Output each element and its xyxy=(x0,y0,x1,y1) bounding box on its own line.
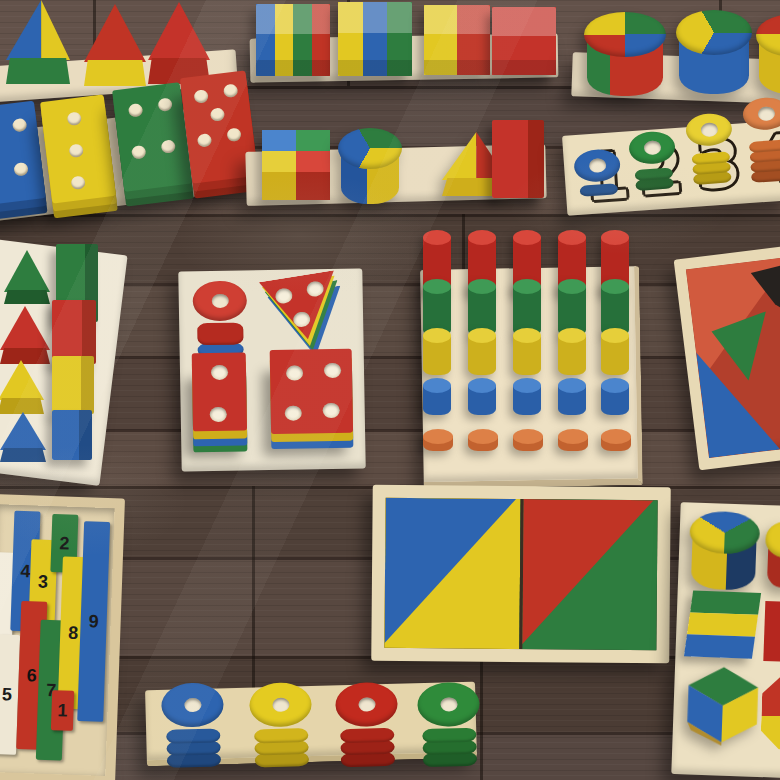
peg-dot xyxy=(193,89,208,104)
plate-hole xyxy=(211,365,228,380)
peg-dot xyxy=(161,139,176,154)
cylinder-blue xyxy=(558,378,586,415)
peg-dot xyxy=(210,107,225,122)
quarter-green xyxy=(296,130,330,151)
triangle-face xyxy=(0,412,46,450)
cylinder-yellow xyxy=(423,328,451,375)
triangle-base xyxy=(4,290,50,304)
ring-top xyxy=(161,682,224,728)
cylinder-orange xyxy=(513,429,543,451)
quarter-blue xyxy=(262,130,296,151)
cylinder-blue xyxy=(513,378,541,415)
counting-block-green-4 xyxy=(112,82,192,192)
counting-block-blue-2 xyxy=(0,101,46,206)
plate-square-stack xyxy=(270,349,353,434)
quarter-yellow xyxy=(262,151,296,172)
layer-green xyxy=(690,591,761,616)
prism-face-red xyxy=(84,4,146,62)
layer-red xyxy=(197,322,243,345)
table-scene: 1 2 3 4 xyxy=(0,0,780,780)
peg-dot xyxy=(13,162,28,177)
rod-number: 3 xyxy=(38,571,49,592)
rod-number: 2 xyxy=(59,533,70,554)
front-red xyxy=(296,172,330,200)
ring-band xyxy=(340,728,394,743)
peg-dot xyxy=(131,145,146,160)
cylinder-yellow xyxy=(558,328,586,375)
ring-top xyxy=(335,682,398,728)
peg-dot xyxy=(128,103,143,118)
number-rods-box: 5 4 3 5 6 2 7 8 1 9 xyxy=(0,494,125,780)
ring-band xyxy=(166,728,220,743)
rod-number: 5 xyxy=(2,684,13,705)
plank-seam xyxy=(0,429,780,432)
triangle-face xyxy=(0,306,50,350)
plate-hole xyxy=(210,407,227,422)
block-thirds-gyb xyxy=(684,591,761,659)
ring-top xyxy=(249,682,312,728)
ring-stack-blue xyxy=(161,682,225,768)
triangle-yellow xyxy=(0,360,44,414)
triangle-face xyxy=(0,360,44,400)
slice-yellow xyxy=(275,4,294,76)
cube-3-slices xyxy=(338,2,412,76)
cylinder-top-thirds xyxy=(676,10,752,55)
peg-dot xyxy=(68,143,83,158)
cylinder-halves-cut xyxy=(764,521,780,588)
tangram-frame xyxy=(674,242,780,471)
triangle-red xyxy=(522,499,658,650)
cylinder-orange xyxy=(601,429,631,451)
plate-hole xyxy=(323,403,340,418)
plank-seam xyxy=(0,356,780,359)
quarter-red xyxy=(296,151,330,172)
triangle-blue xyxy=(384,498,520,649)
triangle-base xyxy=(0,448,46,462)
slice-red xyxy=(457,5,490,75)
cylinder-quarters xyxy=(584,12,666,96)
peg-dot xyxy=(226,127,241,142)
cylinder-thirds xyxy=(676,10,752,94)
cylinder-blue xyxy=(601,378,629,415)
board-layered-plates xyxy=(178,268,365,471)
cylinder-top-quarters xyxy=(584,12,666,57)
ring-stack-red xyxy=(335,682,399,768)
ring-top xyxy=(628,130,676,165)
prism-face-red xyxy=(148,2,210,60)
ring-top xyxy=(417,682,480,728)
rod-number: 9 xyxy=(88,611,99,632)
peg-dot xyxy=(70,175,85,190)
board-numbers: 1 2 3 4 xyxy=(562,120,780,216)
triangle-face xyxy=(4,250,50,292)
cylinder-thirds-gyb xyxy=(688,510,761,590)
slice-blue xyxy=(363,2,388,76)
cylinder-yellow xyxy=(601,328,629,375)
rod-number: 1 xyxy=(57,700,68,721)
triangle-blue xyxy=(0,412,46,462)
hexagon-thirds-gyb xyxy=(684,664,761,747)
slice-yellow xyxy=(338,2,363,76)
cube-quarters xyxy=(262,130,330,200)
ring-stack-green-2 xyxy=(628,130,678,191)
ring-stack-yellow-3 xyxy=(685,112,736,185)
layer-blue xyxy=(684,635,755,659)
ring-band xyxy=(749,139,780,153)
square-red-green xyxy=(519,499,658,650)
slice-red xyxy=(492,7,556,75)
slice-green xyxy=(293,4,312,76)
rod-number: 6 xyxy=(26,665,37,686)
peg-dot xyxy=(157,97,172,112)
square-blue-yellow xyxy=(384,498,520,649)
layer-yellow xyxy=(687,613,758,637)
prism-halves xyxy=(84,4,146,86)
cylinder-yellow xyxy=(468,328,496,375)
cylinder-orange xyxy=(558,429,588,451)
front-yellow xyxy=(262,172,296,200)
cylinder-blue xyxy=(423,378,451,415)
rod-9: 9 xyxy=(77,521,110,722)
rod-number: 8 xyxy=(68,622,79,643)
ring-top xyxy=(192,280,247,321)
cylinder-orange xyxy=(423,429,453,451)
slice-blue xyxy=(256,4,275,76)
prism-face-yellow xyxy=(84,60,146,86)
plate-hole xyxy=(286,365,303,380)
plate-rectangle-stack xyxy=(192,352,247,431)
cube-4-slices xyxy=(256,4,330,76)
peg-dot xyxy=(67,111,82,126)
ring-band xyxy=(422,728,476,743)
hexagon-red-cut xyxy=(760,675,780,750)
plate-hole xyxy=(324,363,341,378)
slice-yellow xyxy=(424,5,457,75)
slice-green xyxy=(387,2,412,76)
cylinder-thirds-small xyxy=(338,128,402,204)
prism-thirds xyxy=(6,0,70,84)
prism-face-green xyxy=(6,58,70,84)
block-whole-red xyxy=(492,120,544,198)
cube-whole-red xyxy=(492,7,556,75)
peg-dot xyxy=(12,118,27,133)
slice-red xyxy=(312,4,331,76)
triangle-red xyxy=(0,306,50,364)
peg-dot xyxy=(197,133,212,148)
peg-dot xyxy=(223,84,238,99)
ring-stack-yellow xyxy=(249,682,313,768)
ring-stack-orange-4 xyxy=(742,96,780,183)
column-blue xyxy=(52,410,92,460)
board-thirds-shapes xyxy=(671,502,780,778)
ring-top xyxy=(742,96,780,131)
cylinder-top-thirds xyxy=(338,128,402,169)
ring-top xyxy=(573,148,621,183)
cylinder-blue xyxy=(468,378,496,415)
prism-whole-red xyxy=(148,2,210,84)
ring-stack-green xyxy=(417,682,481,768)
column-yellow xyxy=(52,356,94,414)
rod-1: 1 xyxy=(51,690,74,731)
counting-block-yellow-3 xyxy=(40,94,116,203)
triangle-green xyxy=(4,250,50,304)
board-ring-pegs xyxy=(145,682,477,767)
diagonal-squares-frame xyxy=(371,485,671,664)
ring-band xyxy=(254,728,308,743)
cylinder-yellow xyxy=(513,328,541,375)
plank-seam xyxy=(0,214,780,217)
block-red-cut xyxy=(763,601,780,662)
cube-2-slices xyxy=(424,5,490,75)
ring-stack-blue-1 xyxy=(573,148,622,197)
column-red xyxy=(52,300,96,364)
cylinder-halves xyxy=(756,14,780,94)
plate-hole xyxy=(285,405,302,420)
ring-top xyxy=(685,112,733,147)
cylinder-orange xyxy=(468,429,498,451)
